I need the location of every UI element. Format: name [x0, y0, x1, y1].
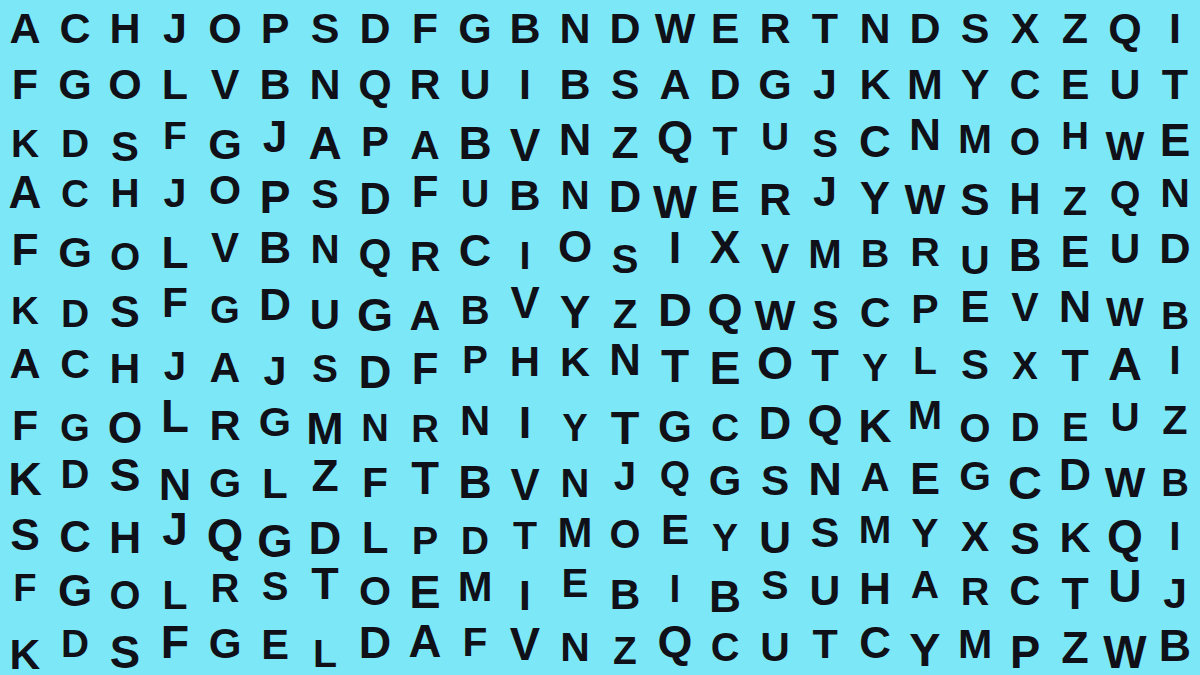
letter-glyph: B — [610, 574, 641, 616]
letter-cell: G — [50, 56, 100, 112]
letter-cell: S — [950, 169, 1000, 225]
letter-cell: Q — [200, 506, 250, 562]
letter-cell: S — [300, 0, 350, 56]
letter-cell: Q — [350, 225, 400, 281]
letter-cell: M — [850, 506, 900, 562]
letter-cell: G — [450, 0, 500, 56]
letter-glyph: M — [907, 63, 943, 106]
letter-cell: M — [800, 225, 850, 281]
letter-cell: D — [50, 450, 100, 506]
letter-glyph: W — [1106, 126, 1145, 167]
letter-glyph: P — [911, 288, 938, 329]
letter-cell: S — [950, 0, 1000, 56]
letter-glyph: E — [1062, 407, 1089, 447]
letter-cell: K — [0, 619, 50, 675]
letter-cell: N — [550, 619, 600, 675]
letter-glyph: E — [910, 455, 940, 500]
letter-cell: D — [600, 169, 650, 225]
letter-cell: T — [1150, 56, 1200, 112]
letter-glyph: H — [1009, 178, 1040, 222]
letter-glyph: S — [960, 177, 989, 221]
letter-cell: A — [1100, 338, 1150, 394]
letter-glyph: E — [1060, 231, 1089, 275]
letter-cell: B — [600, 563, 650, 619]
letter-cell: S — [750, 563, 800, 619]
letter-cell: N — [850, 0, 900, 56]
letter-glyph: L — [162, 63, 188, 106]
letter-cell: B — [500, 0, 550, 56]
letter-glyph: B — [559, 63, 590, 106]
letter-glyph: G — [58, 569, 92, 613]
letter-cell: O — [100, 225, 150, 281]
letter-cell: F — [150, 619, 200, 675]
letter-cell: E — [950, 281, 1000, 337]
letter-glyph: U — [1110, 397, 1139, 437]
letter-cell: F — [0, 563, 50, 619]
letter-glyph: S — [961, 7, 990, 50]
letter-cell: A — [400, 619, 450, 675]
letter-cell: O — [200, 0, 250, 56]
letter-cell: S — [0, 506, 50, 562]
letter-glyph: Q — [207, 511, 243, 558]
letter-glyph: A — [860, 458, 889, 498]
letter-cell: N — [550, 450, 600, 506]
letter-glyph: T — [661, 342, 689, 388]
letter-cell: B — [1150, 450, 1200, 506]
letter-cell: F — [400, 169, 450, 225]
letter-glyph: M — [859, 510, 892, 549]
letter-glyph: F — [463, 622, 488, 663]
letter-glyph: M — [808, 235, 841, 275]
letter-cell: Y — [850, 338, 900, 394]
letter-cell: J — [800, 56, 850, 112]
letter-glyph: H — [110, 174, 139, 214]
letter-cell: O — [1000, 113, 1050, 169]
letter-glyph: D — [61, 294, 89, 333]
letter-glyph: G — [209, 623, 242, 665]
letter-cell: O — [200, 169, 250, 225]
letter-cell: P — [900, 281, 950, 337]
letter-cell: F — [400, 338, 450, 394]
letter-cell: C — [50, 506, 100, 562]
letter-glyph: Z — [311, 454, 338, 499]
letter-cell: N — [550, 113, 600, 169]
letter-glyph: B — [1161, 464, 1189, 502]
letter-cell: D — [50, 113, 100, 169]
letter-glyph: M — [958, 624, 992, 665]
letter-cell: D — [1050, 450, 1100, 506]
letter-glyph: W — [755, 294, 796, 337]
letter-cell: E — [550, 563, 600, 619]
letter-glyph: K — [858, 403, 891, 449]
letter-cell: I — [500, 394, 550, 450]
letter-cell: Z — [1050, 0, 1100, 56]
letter-grid: ACHJOPSDFGBNDWERTNDSXZQIFGOLVBNQRUIBSADG… — [0, 0, 1200, 675]
letter-cell: G — [250, 506, 300, 562]
letter-glyph: M — [306, 406, 343, 451]
letter-cell: T — [1050, 563, 1100, 619]
letter-glyph: A — [410, 125, 439, 166]
letter-glyph: O — [208, 7, 241, 50]
letter-cell: D — [700, 56, 750, 112]
letter-glyph: O — [359, 571, 391, 612]
letter-glyph: A — [308, 119, 341, 165]
letter-cell: T — [700, 113, 750, 169]
letter-glyph: S — [961, 343, 989, 385]
letter-cell: I — [1150, 0, 1200, 56]
letter-glyph: E — [711, 7, 740, 50]
letter-cell: D — [50, 619, 100, 675]
letter-glyph: O — [110, 238, 140, 277]
letter-cell: E — [400, 563, 450, 619]
letter-cell: O — [350, 563, 400, 619]
letter-cell: H — [100, 338, 150, 394]
letter-cell: V — [1000, 281, 1050, 337]
letter-glyph: Z — [1063, 182, 1087, 222]
letter-glyph: D — [359, 177, 391, 221]
letter-cell: V — [500, 281, 550, 337]
letter-cell: T — [400, 450, 450, 506]
letter-cell: W — [1100, 281, 1150, 337]
letter-glyph: P — [261, 7, 290, 50]
letter-glyph: D — [359, 349, 392, 395]
letter-glyph: S — [110, 290, 140, 335]
letter-cell: Z — [1050, 169, 1100, 225]
letter-glyph: F — [362, 461, 388, 504]
letter-glyph: J — [164, 347, 186, 387]
letter-glyph: G — [357, 292, 393, 338]
letter-cell: N — [900, 113, 950, 169]
letter-glyph: B — [259, 226, 291, 271]
letter-glyph: L — [913, 341, 937, 380]
letter-cell: N — [150, 450, 200, 506]
letter-cell: L — [150, 225, 200, 281]
letter-glyph: I — [670, 570, 681, 609]
letter-cell: B — [850, 225, 900, 281]
letter-cell: G — [950, 450, 1000, 506]
letter-glyph: C — [61, 175, 89, 214]
letter-glyph: S — [811, 510, 840, 553]
letter-cell: K — [0, 281, 50, 337]
letter-cell: X — [1000, 0, 1050, 56]
letter-cell: L — [300, 619, 350, 675]
letter-glyph: E — [1061, 63, 1090, 106]
letter-glyph: V — [211, 227, 239, 269]
letter-glyph: N — [159, 462, 192, 507]
letter-cell: A — [400, 281, 450, 337]
letter-glyph: Y — [560, 289, 591, 335]
letter-cell: L — [350, 506, 400, 562]
letter-cell: U — [300, 281, 350, 337]
letter-cell: E — [1150, 113, 1200, 169]
letter-glyph: U — [960, 240, 989, 281]
letter-cell: G — [350, 281, 400, 337]
letter-cell: N — [1150, 169, 1200, 225]
letter-cell: E — [1050, 394, 1100, 450]
letter-glyph: H — [110, 347, 141, 390]
letter-cell: B — [250, 225, 300, 281]
letter-glyph: L — [362, 515, 389, 559]
letter-glyph: B — [509, 7, 540, 50]
letter-cell: N — [450, 394, 500, 450]
letter-cell: N — [800, 450, 850, 506]
letter-cell: T — [800, 338, 850, 394]
letter-glyph: Y — [562, 409, 587, 447]
letter-glyph: C — [860, 292, 891, 335]
letter-glyph: O — [110, 576, 141, 616]
letter-cell: S — [600, 56, 650, 112]
letter-cell: O — [100, 563, 150, 619]
letter-glyph: A — [210, 346, 241, 389]
letter-cell: T — [600, 394, 650, 450]
letter-glyph: N — [559, 117, 592, 162]
letter-cell: Z — [300, 450, 350, 506]
letter-cell: W — [1100, 450, 1150, 506]
letter-glyph: G — [58, 232, 92, 275]
letter-glyph: A — [9, 170, 42, 216]
letter-glyph: K — [10, 632, 41, 675]
letter-glyph: N — [560, 628, 590, 669]
letter-cell: A — [200, 338, 250, 394]
letter-cell: J — [150, 506, 200, 562]
letter-glyph: S — [611, 63, 640, 106]
letter-glyph: C — [59, 516, 91, 560]
letter-glyph: F — [13, 569, 36, 607]
letter-glyph: R — [211, 568, 240, 608]
letter-glyph: N — [310, 229, 339, 269]
letter-glyph: O — [108, 406, 143, 450]
letter-cell: T — [300, 563, 350, 619]
letter-glyph: F — [163, 116, 187, 155]
letter-cell: S — [800, 506, 850, 562]
letter-glyph: I — [520, 237, 531, 277]
letter-cell: S — [250, 563, 300, 619]
letter-cell: T — [500, 506, 550, 562]
letter-glyph: L — [162, 231, 189, 275]
letter-glyph: X — [1011, 7, 1040, 50]
letter-cell: M — [450, 563, 500, 619]
letter-cell: E — [1050, 225, 1100, 281]
letter-glyph: D — [909, 7, 940, 50]
letter-cell: S — [800, 113, 850, 169]
letter-glyph: T — [513, 515, 537, 554]
letter-glyph: M — [958, 119, 992, 160]
letter-glyph: F — [162, 283, 188, 326]
letter-glyph: N — [460, 400, 490, 442]
letter-cell: C — [700, 619, 750, 675]
letter-glyph: E — [562, 565, 589, 605]
letter-glyph: B — [458, 458, 491, 504]
letter-cell: M — [900, 56, 950, 112]
letter-cell: V — [500, 450, 550, 506]
letter-glyph: N — [309, 63, 340, 106]
letter-glyph: C — [1009, 569, 1040, 612]
letter-glyph: Y — [911, 513, 938, 554]
letter-glyph: I — [519, 401, 532, 446]
letter-glyph: Y — [860, 177, 890, 223]
letter-cell: M — [950, 619, 1000, 675]
letter-cell: Z — [600, 281, 650, 337]
letter-cell: S — [100, 450, 150, 506]
letter-cell: B — [450, 113, 500, 169]
letter-glyph: R — [209, 404, 240, 447]
letter-cell: U — [1100, 563, 1150, 619]
letter-glyph: Q — [1108, 7, 1141, 50]
letter-cell: I — [500, 56, 550, 112]
letter-glyph: T — [411, 457, 439, 502]
letter-glyph: W — [1105, 461, 1146, 504]
letter-glyph: Z — [613, 632, 637, 671]
letter-cell: A — [850, 450, 900, 506]
letter-glyph: D — [658, 286, 692, 333]
letter-cell: I — [650, 563, 700, 619]
letter-cell: D — [350, 169, 400, 225]
letter-glyph: Z — [613, 294, 638, 334]
letter-cell: Q — [700, 281, 750, 337]
letter-glyph: D — [359, 7, 390, 50]
letter-glyph: W — [905, 179, 946, 222]
letter-cell: O — [750, 338, 800, 394]
letter-cell: Z — [1050, 619, 1100, 675]
letter-cell: D — [600, 0, 650, 56]
letter-cell: E — [700, 0, 750, 56]
letter-cell: I — [650, 225, 700, 281]
letter-glyph: N — [1059, 284, 1092, 329]
letter-cell: N — [300, 56, 350, 112]
letter-glyph: O — [558, 225, 592, 269]
letter-cell: G — [650, 394, 700, 450]
letter-cell: N — [600, 338, 650, 394]
letter-glyph: R — [411, 409, 439, 447]
letter-glyph: C — [1008, 459, 1042, 506]
letter-glyph: D — [609, 175, 642, 220]
letter-glyph: U — [459, 63, 490, 106]
letter-glyph: I — [1169, 516, 1180, 557]
letter-cell: S — [100, 281, 150, 337]
letter-cell: D — [1150, 225, 1200, 281]
letter-cell: B — [1000, 225, 1050, 281]
letter-glyph: T — [1061, 344, 1088, 389]
letter-cell: H — [100, 169, 150, 225]
letter-glyph: T — [812, 7, 838, 50]
letter-cell: C — [850, 281, 900, 337]
letter-cell: X — [700, 225, 750, 281]
letter-glyph: E — [409, 568, 440, 615]
letter-glyph: C — [59, 7, 90, 50]
letter-cell: A — [400, 113, 450, 169]
letter-glyph: O — [757, 340, 793, 386]
letter-cell: Z — [1150, 394, 1200, 450]
letter-cell: Q — [1100, 0, 1150, 56]
letter-glyph: G — [959, 455, 991, 496]
letter-cell: R — [400, 394, 450, 450]
letter-glyph: C — [859, 621, 891, 665]
letter-glyph: U — [310, 294, 340, 336]
letter-cell: R — [750, 169, 800, 225]
letter-cell: M — [550, 506, 600, 562]
letter-glyph: C — [711, 628, 740, 668]
letter-cell: Q — [1100, 169, 1150, 225]
letter-glyph: S — [110, 630, 140, 675]
letter-cell: S — [750, 450, 800, 506]
letter-glyph: B — [1159, 623, 1191, 668]
letter-glyph: Q — [358, 63, 391, 106]
letter-cell: E — [650, 506, 700, 562]
letter-glyph: D — [1159, 228, 1190, 271]
letter-cell: L — [150, 563, 200, 619]
letter-cell: S — [600, 225, 650, 281]
letter-glyph: J — [163, 7, 187, 50]
letter-glyph: G — [658, 406, 692, 450]
letter-cell: R — [750, 0, 800, 56]
letter-glyph: F — [12, 405, 38, 448]
letter-cell: U — [1100, 225, 1150, 281]
letter-cell: U — [750, 619, 800, 675]
letter-glyph: E — [661, 509, 689, 551]
letter-cell: F — [150, 113, 200, 169]
letter-cell: T — [800, 0, 850, 56]
letter-cell: F — [0, 394, 50, 450]
letter-cell: O — [100, 56, 150, 112]
letter-cell: W — [900, 169, 950, 225]
letter-cell: E — [250, 619, 300, 675]
letter-cell: G — [700, 450, 750, 506]
letter-glyph: T — [811, 343, 839, 388]
letter-cell: I — [1150, 338, 1200, 394]
letter-cell: Q — [650, 450, 700, 506]
letter-glyph: R — [759, 177, 791, 222]
letter-cell: Y — [700, 506, 750, 562]
letter-cell: M — [950, 113, 1000, 169]
letter-cell: C — [50, 0, 100, 56]
letter-glyph: K — [1059, 515, 1090, 558]
letter-cell: S — [100, 113, 150, 169]
letter-glyph: M — [558, 512, 593, 554]
letter-cell: I — [500, 563, 550, 619]
letter-cell: K — [850, 56, 900, 112]
letter-glyph: N — [1160, 173, 1190, 214]
letter-glyph: D — [61, 626, 89, 665]
letter-cell: S — [950, 338, 1000, 394]
letter-glyph: S — [311, 7, 340, 50]
letter-cell: D — [1000, 394, 1050, 450]
letter-cell: G — [250, 394, 300, 450]
letter-cell: U — [1100, 394, 1150, 450]
letter-glyph: W — [653, 178, 697, 225]
letter-cell: Y — [850, 169, 900, 225]
letter-glyph: Y — [862, 349, 888, 388]
letter-glyph: A — [659, 63, 690, 106]
letter-glyph: D — [1059, 451, 1091, 496]
letter-glyph: Q — [1110, 175, 1141, 215]
letter-glyph: V — [1011, 287, 1038, 328]
letter-cell: P — [1000, 619, 1050, 675]
letter-glyph: V — [761, 236, 789, 279]
letter-glyph: B — [458, 119, 491, 165]
letter-cell: B — [450, 450, 500, 506]
letter-cell: A — [650, 56, 700, 112]
letter-glyph: D — [1010, 407, 1039, 447]
letter-glyph: J — [164, 173, 187, 214]
letter-glyph: K — [11, 292, 39, 331]
letter-glyph: U — [761, 117, 789, 156]
letter-cell: Q — [350, 56, 400, 112]
letter-cell: G — [200, 281, 250, 337]
letter-cell: N — [1050, 281, 1100, 337]
letter-glyph: G — [210, 291, 240, 329]
letter-cell: C — [1000, 563, 1050, 619]
letter-cell: U — [750, 506, 800, 562]
